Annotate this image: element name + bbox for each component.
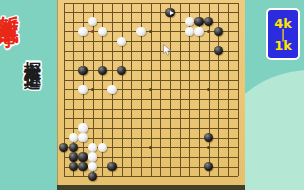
stone-black[interactable] xyxy=(214,46,223,55)
star-point-red xyxy=(91,30,94,33)
grid-line-horizontal xyxy=(64,128,238,129)
star-point xyxy=(207,146,210,149)
rank-range-badge: 4k | 1k xyxy=(266,8,300,60)
stone-white[interactable] xyxy=(78,133,87,142)
stone-white[interactable] xyxy=(107,85,116,94)
stone-black[interactable] xyxy=(69,143,78,152)
stone-black[interactable] xyxy=(194,17,203,26)
stone-white[interactable] xyxy=(69,133,78,142)
stone-black[interactable] xyxy=(204,17,213,26)
stone-black[interactable] xyxy=(98,66,107,75)
grid-line-horizontal xyxy=(64,118,238,119)
stone-white[interactable] xyxy=(78,27,87,36)
stone-white[interactable] xyxy=(78,123,87,132)
star-point xyxy=(149,30,152,33)
stone-white[interactable] xyxy=(88,143,97,152)
stone-white[interactable] xyxy=(136,27,145,36)
stone-white[interactable] xyxy=(185,27,194,36)
banner-black-text: 探索棋之正道 xyxy=(24,47,41,61)
stone-black[interactable] xyxy=(78,66,87,75)
stone-white[interactable] xyxy=(88,162,97,171)
mouse-cursor-icon xyxy=(163,41,172,53)
stone-white[interactable] xyxy=(194,27,203,36)
star-point xyxy=(149,88,152,91)
stone-black[interactable] xyxy=(88,172,97,181)
stone-black[interactable] xyxy=(204,162,213,171)
stone-white[interactable] xyxy=(88,152,97,161)
star-point xyxy=(207,88,210,91)
grid-line-vertical xyxy=(170,3,171,177)
grid-line-horizontal xyxy=(64,99,238,100)
grid-line-vertical xyxy=(180,3,181,177)
stone-black[interactable] xyxy=(59,143,68,152)
stone-black[interactable] xyxy=(204,133,213,142)
grid-line-horizontal xyxy=(64,109,238,110)
go-board[interactable] xyxy=(57,0,245,186)
banner-red-text: 斩断实战恶手 xyxy=(0,1,19,16)
stone-white[interactable] xyxy=(88,17,97,26)
grid-line-vertical xyxy=(160,3,161,177)
star-point xyxy=(207,30,210,33)
stone-black[interactable] xyxy=(117,66,126,75)
last-move-triangle-marker xyxy=(170,11,174,15)
star-point xyxy=(149,146,152,149)
stone-white[interactable] xyxy=(98,143,107,152)
rank-separator: | xyxy=(281,29,285,40)
stone-white[interactable] xyxy=(98,27,107,36)
star-point xyxy=(91,88,94,91)
stone-black[interactable] xyxy=(69,152,78,161)
board-bottom-edge xyxy=(57,185,245,190)
stone-black[interactable] xyxy=(214,27,223,36)
stone-black[interactable] xyxy=(107,162,116,171)
grid-line-vertical xyxy=(228,3,229,177)
stone-black[interactable] xyxy=(78,162,87,171)
stone-black[interactable] xyxy=(78,152,87,161)
thumbnail-stage: 斩断实战恶手 探索棋之正道 4k | 1k xyxy=(0,0,304,190)
stone-black[interactable] xyxy=(69,162,78,171)
grid-line-vertical xyxy=(238,3,239,177)
stone-white[interactable] xyxy=(78,85,87,94)
stone-white[interactable] xyxy=(117,37,126,46)
stone-white[interactable] xyxy=(185,17,194,26)
